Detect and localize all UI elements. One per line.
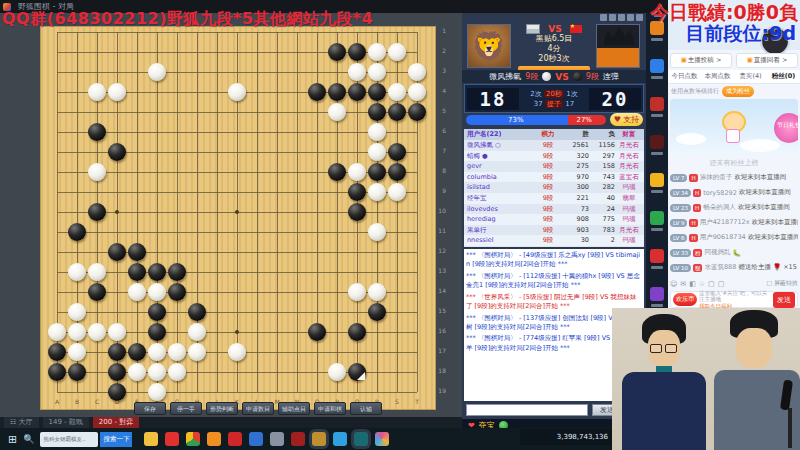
cloud-shape xyxy=(740,139,780,152)
grid-line xyxy=(277,32,278,392)
cell-棋力: 9段 xyxy=(533,172,563,183)
player-avatar-black[interactable] xyxy=(596,24,640,68)
blue-round-icon[interactable] xyxy=(650,59,664,73)
cell-用户名(22): 经年宝 xyxy=(464,193,533,204)
spectator-table-header: 用户名(22) 棋力 胜 负 财富 xyxy=(464,129,644,140)
cell-负: 775 xyxy=(589,214,615,225)
black-stone[interactable] xyxy=(348,183,366,201)
cell-负: 1156 xyxy=(589,140,615,151)
yellow-grid-icon[interactable] xyxy=(650,173,664,187)
medal-badge: H xyxy=(693,189,701,197)
game-button-停一手[interactable]: 停一手 xyxy=(170,402,202,415)
black-stone[interactable] xyxy=(148,303,166,321)
cell-用户名(22): nnessiel xyxy=(464,235,533,246)
board-row-label: 13 xyxy=(434,267,446,274)
white-player-rank: 9段 xyxy=(525,71,538,82)
red-app-icon[interactable] xyxy=(650,97,664,111)
black-player-rank: 9段 xyxy=(586,71,599,82)
coin-balance: 3,398,743,136 xyxy=(520,429,612,445)
fans-hint: 使用点数等级排行 xyxy=(671,87,719,96)
chat-username[interactable]: 同视捣乱 xyxy=(704,248,730,257)
table-row[interactable]: 蜡梅 ●9段320297月光石 xyxy=(464,151,644,162)
black-stone[interactable] xyxy=(68,363,86,381)
white-stone[interactable] xyxy=(88,323,106,341)
points-nav: 今日点数 本周点数 贵宾(4) 粉丝(0) xyxy=(668,70,800,84)
dark-red-app-icon[interactable] xyxy=(291,432,305,446)
black-stone[interactable] xyxy=(108,383,126,401)
player-avatar-white[interactable]: 🦁 xyxy=(467,24,511,68)
black-clock-seconds: 20 xyxy=(589,88,641,110)
chat-message[interactable]: LV 7H涂抹的蛋子欢迎来到本直播间 xyxy=(670,170,798,185)
stream-chat-input-row: 欢乐币 这里输入'#关注'吧，可以关注主播哦领取今日福利 发送 xyxy=(670,291,798,308)
chat-username[interactable]: tory58292 xyxy=(703,189,737,197)
game-button-认输[interactable]: 认输 xyxy=(350,402,382,415)
cell-财富: 玛瑙 xyxy=(615,235,643,246)
mascot-body xyxy=(726,129,740,143)
white-stone[interactable] xyxy=(388,183,406,201)
block-effects-checkbox[interactable]: □ 屏蔽特效 xyxy=(766,279,798,288)
cell-财富: 月光石 xyxy=(615,151,643,162)
black-stone[interactable] xyxy=(368,83,386,101)
white-stone[interactable] xyxy=(408,83,426,101)
panel-icon[interactable]: ▢ xyxy=(718,280,725,288)
gold-app-icon[interactable] xyxy=(312,432,326,446)
medal-badge: H xyxy=(693,204,701,212)
cell-财富: 月光石 xyxy=(615,225,643,236)
board-row-label: 12 xyxy=(434,247,446,254)
white-stone[interactable] xyxy=(128,283,146,301)
cell-负: 40 xyxy=(589,193,615,204)
taskbar-search-icon[interactable]: 🔍 xyxy=(23,434,34,444)
white-stone[interactable] xyxy=(88,163,106,181)
star-point xyxy=(235,210,239,214)
vs-label: VS xyxy=(548,24,561,34)
table-row[interactable]: herediag9段908775玛瑙 xyxy=(464,214,644,225)
white-stone[interactable] xyxy=(148,63,166,81)
white-stone[interactable] xyxy=(168,343,186,361)
cell-用户名(22): isilstad xyxy=(464,182,533,193)
game-button-保存[interactable]: 保存 xyxy=(134,402,166,415)
cell-负: 783 xyxy=(589,225,615,236)
cell-棋力: 9段 xyxy=(533,204,563,215)
cell-负: 743 xyxy=(589,172,615,183)
white-stone[interactable] xyxy=(368,283,386,301)
nav-week-points[interactable]: 本周点数 xyxy=(701,70,734,83)
panel-icon[interactable]: ▢ xyxy=(708,280,715,288)
game-action-buttons: 保存停一手形势判断申请数目辅助点目申请和棋认输 xyxy=(134,402,382,415)
chat-text: 赠送给主播 🌹 ×15 xyxy=(738,263,796,272)
white-stone[interactable] xyxy=(168,363,186,381)
black-stone[interactable] xyxy=(348,203,366,221)
white-stone[interactable] xyxy=(108,323,126,341)
chat-text: 🐛 xyxy=(732,249,740,257)
white-stone[interactable] xyxy=(148,283,166,301)
send-button[interactable]: 发送 xyxy=(773,292,795,308)
cell-负: 2 xyxy=(589,235,615,246)
black-stone[interactable] xyxy=(148,263,166,281)
table-row[interactable]: 果单行9段903783月光石 xyxy=(464,225,644,236)
black-stone[interactable] xyxy=(68,223,86,241)
board-col-label: A xyxy=(51,398,63,405)
mail-icon[interactable]: ✉ xyxy=(680,280,686,288)
board-row-label: 17 xyxy=(434,347,446,354)
black-stone[interactable] xyxy=(328,83,346,101)
teal-app-icon[interactable] xyxy=(354,432,368,446)
medal-badge: H xyxy=(689,219,697,227)
white-stone[interactable] xyxy=(388,83,406,101)
avatar-hair xyxy=(603,27,635,45)
cell-棋力: 9段 xyxy=(533,235,563,246)
pin-icon[interactable] xyxy=(600,14,607,21)
green-x-icon[interactable] xyxy=(650,211,664,225)
cell-财富: 玛瑙 xyxy=(615,204,643,215)
horn-icon[interactable]: ◧ xyxy=(689,280,696,288)
table-row[interactable]: nnessiel9段302玛瑙 xyxy=(464,235,644,246)
board-col-label: C xyxy=(91,398,103,405)
cell-胜: 221 xyxy=(563,193,589,204)
chat-message[interactable]: LV 9H用户42187712x欢迎来到本直播间 xyxy=(670,215,798,230)
icon-label xyxy=(651,228,663,231)
black-player-name: 连弹 xyxy=(603,71,619,82)
cell-胜: 903 xyxy=(563,225,589,236)
chat-text: 欢迎来到本直播间 xyxy=(739,188,791,197)
white-stone[interactable] xyxy=(388,43,406,61)
cell-胜: 275 xyxy=(563,161,589,172)
white-stone[interactable] xyxy=(48,323,66,341)
no-fans-text: 还未有粉丝上榜 xyxy=(668,158,800,168)
white-stone[interactable] xyxy=(328,363,346,381)
nav-fans[interactable]: 粉丝(0) xyxy=(767,70,800,83)
black-stone[interactable] xyxy=(348,83,366,101)
white-stone[interactable] xyxy=(128,363,146,381)
start-button-icon[interactable]: ⊞ xyxy=(8,433,17,446)
black-player-flag-icon xyxy=(570,25,582,33)
black-stone[interactable] xyxy=(108,343,126,361)
table-row[interactable]: 微风拂氣 ○9段25611156月光石 xyxy=(464,140,644,151)
fox-tab[interactable]: ☷ 大厅 xyxy=(4,417,39,428)
black-stone[interactable] xyxy=(128,263,146,281)
black-stone[interactable] xyxy=(308,83,326,101)
white-stone[interactable] xyxy=(348,63,366,81)
dark-red-icon[interactable] xyxy=(650,135,664,149)
cell-财富: 玛瑙 xyxy=(615,214,643,225)
icon-label xyxy=(651,114,663,117)
game-button-辅助点目[interactable]: 辅助点目 xyxy=(278,402,310,415)
white-clock-seconds: 18 xyxy=(467,88,519,110)
chat-text: 欢迎来到本直播间 xyxy=(738,203,790,212)
cell-棋力: 9段 xyxy=(533,161,563,172)
white-stone[interactable] xyxy=(368,143,386,161)
icon-label xyxy=(651,76,663,79)
board-col-label: S xyxy=(391,398,403,405)
table-row[interactable]: gevr9段275158月光石 xyxy=(464,161,644,172)
game-button-申请数目[interactable]: 申请数目 xyxy=(242,402,274,415)
cell-胜: 300 xyxy=(563,182,589,193)
board-row-label: 14 xyxy=(434,287,446,294)
black-stone[interactable] xyxy=(388,163,406,181)
sidebar-tab-buttons: 主播投稿 > 直播回看 > xyxy=(670,53,798,68)
clock-detail: 2次 20秒 1次 37 提子 17 xyxy=(521,89,587,109)
orange-game-icon[interactable] xyxy=(207,432,221,446)
black-stone[interactable] xyxy=(348,363,366,381)
white-stone[interactable] xyxy=(368,183,386,201)
mascot-banner: 节日礼包 xyxy=(670,99,798,155)
level-badge: LV 9 xyxy=(670,219,687,227)
level-badge: LV 10 xyxy=(670,264,691,272)
white-stone[interactable] xyxy=(408,63,426,81)
close-icon[interactable] xyxy=(636,14,643,21)
cell-用户名(22): 微风拂氣 ○ xyxy=(464,140,533,151)
nav-today-points[interactable]: 今日点数 xyxy=(668,70,701,83)
black-stone[interactable] xyxy=(48,363,66,381)
match-info: VS 黑贴6.5目 4分 20秒3次 xyxy=(514,24,594,74)
chat-username[interactable]: 畅朵的凋人 xyxy=(703,203,736,212)
spectator-table[interactable]: 用户名(22) 棋力 胜 负 财富 微风拂氣 ○9段25611156月光石蜡梅 … xyxy=(464,129,644,247)
black-stone[interactable] xyxy=(108,143,126,161)
level-badge: LV 34 xyxy=(670,189,691,197)
support-button[interactable]: ♥ 支持 xyxy=(610,113,643,126)
grid-line xyxy=(57,312,417,313)
white-stone[interactable] xyxy=(368,223,386,241)
white-stone[interactable] xyxy=(188,323,206,341)
level-badge: LV 7 xyxy=(670,174,687,182)
replay-tab[interactable]: 直播回看 > xyxy=(736,53,798,68)
grid-line xyxy=(297,32,298,392)
grey-app-icon[interactable] xyxy=(270,432,284,446)
cell-胜: 320 xyxy=(563,151,589,162)
cell-胜: 908 xyxy=(563,214,589,225)
chat-message[interactable]: LV 34Htory58292欢迎来到本直播间 xyxy=(670,185,798,200)
star-point xyxy=(115,210,119,214)
cell-胜: 2561 xyxy=(563,140,589,151)
star-icon[interactable]: ☆ xyxy=(699,280,705,288)
white-stone[interactable] xyxy=(368,43,386,61)
board-row-label: 6 xyxy=(434,127,446,134)
fox-chat-input[interactable] xyxy=(466,404,588,416)
red-app-icon[interactable] xyxy=(228,432,242,446)
black-stone[interactable] xyxy=(128,343,146,361)
medal-badge: H xyxy=(689,234,697,242)
blue-doc-icon[interactable] xyxy=(249,432,263,446)
cell-财富: 月光石 xyxy=(615,161,643,172)
board-row-label: 16 xyxy=(434,327,446,334)
board-row-label: 2 xyxy=(434,47,446,54)
board-row-label: 15 xyxy=(434,307,446,314)
help-icon[interactable] xyxy=(627,14,634,21)
red-shield-icon[interactable] xyxy=(650,249,664,263)
black-stone[interactable] xyxy=(88,123,106,141)
byoyomi-label: 20秒3次 xyxy=(514,54,594,64)
cell-用户名(22): gevr xyxy=(464,161,533,172)
black-stone[interactable] xyxy=(308,323,326,341)
black-stone[interactable] xyxy=(108,243,126,261)
cell-用户名(22): herediag xyxy=(464,214,533,225)
chrome-icon[interactable] xyxy=(186,432,200,446)
current-rank-overlay-text: 目前段位:9d xyxy=(686,21,796,47)
fox-window-tabs: ☷ 大厅149 - 觀戰200 - 對弈 xyxy=(0,417,462,428)
board-row-label: 1 xyxy=(434,27,446,34)
star-point xyxy=(235,330,239,334)
chat-message[interactable]: LV 6H用户90618734欢迎来到本直播间 xyxy=(670,230,798,245)
go-board[interactable]: ABCDEFGHJKLMNOPQRST xyxy=(40,26,436,410)
icon-label xyxy=(651,152,663,155)
gift-badge[interactable]: 节日礼包 xyxy=(774,113,798,143)
support-left-pct: 73% xyxy=(508,115,524,125)
cell-用户名(22): 果单行 xyxy=(464,225,533,236)
chat-message[interactable]: LV 10舰水蓝筑888赠送给主播 🌹 ×15 xyxy=(670,260,798,275)
white-player-flag-icon xyxy=(526,24,540,34)
table-row[interactable]: 经年宝9段22140翡翠 xyxy=(464,193,644,204)
sphere-app-icon[interactable] xyxy=(375,432,389,446)
board-row-label: 8 xyxy=(434,167,446,174)
game-button-申请和棋[interactable]: 申请和棋 xyxy=(314,402,346,415)
white-stone[interactable] xyxy=(368,123,386,141)
stream-chat-input[interactable]: 这里输入'#关注'吧，可以关注主播哦领取今日福利 xyxy=(699,290,771,310)
webcam-overlay xyxy=(612,308,800,450)
cloud-shape xyxy=(676,133,706,145)
emoji-icon[interactable]: ☺ xyxy=(670,280,677,288)
coin-button[interactable]: 欢乐币 xyxy=(673,293,697,306)
mic-stand xyxy=(788,408,792,448)
chat-username[interactable]: 用户42187712x xyxy=(700,218,750,227)
cell-用户名(22): ilovevdes xyxy=(464,204,533,215)
level-badge: LV 6 xyxy=(670,234,687,242)
white-stone[interactable] xyxy=(148,363,166,381)
support-ratio-bar: 73% 27% xyxy=(466,115,606,125)
black-stone[interactable] xyxy=(388,103,406,121)
cell-用户名(22): columbia xyxy=(464,172,533,183)
screen: 野狐围棋 - 对局 ABCDEFGHJKLMNOPQRST 保存停一手形势判断申… xyxy=(0,0,800,450)
nav-vip[interactable]: 贵宾(4) xyxy=(734,70,767,83)
folder-icon[interactable] xyxy=(144,432,158,446)
black-stone[interactable] xyxy=(368,103,386,121)
white-stone[interactable] xyxy=(368,63,386,81)
taskbar-search-button[interactable]: 搜索一下 xyxy=(100,432,132,447)
minimize-icon[interactable] xyxy=(609,14,616,21)
black-stone[interactable] xyxy=(88,203,106,221)
game-button-形势判断[interactable]: 形势判断 xyxy=(206,402,238,415)
vs-label-small: VS xyxy=(555,72,568,82)
white-stone[interactable] xyxy=(68,343,86,361)
chat-text: 欢迎来到本直播间 xyxy=(734,173,786,182)
taskbar-search-box[interactable]: 熊科女锦霸棋友.. xyxy=(40,432,98,447)
black-stone[interactable] xyxy=(128,243,146,261)
black-stone[interactable] xyxy=(148,323,166,341)
table-row[interactable]: isilstad9段300282玛瑙 xyxy=(464,182,644,193)
black-stone[interactable] xyxy=(168,283,186,301)
settings-icon[interactable] xyxy=(618,14,625,21)
board-row-label: 4 xyxy=(434,87,446,94)
taskbar-app-icons xyxy=(144,432,389,446)
table-row[interactable]: columbia9段970743蓝宝石 xyxy=(464,172,644,183)
grid-line xyxy=(57,272,417,273)
game-clock: 18 2次 20秒 1次 37 提子 17 20 xyxy=(464,84,644,113)
cell-棋力: 9段 xyxy=(533,225,563,236)
cell-负: 24 xyxy=(589,204,615,215)
white-stone[interactable] xyxy=(328,103,346,121)
black-stone[interactable] xyxy=(88,283,106,301)
white-stone[interactable] xyxy=(88,83,106,101)
komi-label: 黑贴6.5目 xyxy=(514,34,594,44)
purple-app-icon[interactable] xyxy=(650,287,664,301)
panel-window-controls[interactable] xyxy=(600,14,643,22)
cell-财富: 翡翠 xyxy=(615,193,643,204)
black-stone[interactable] xyxy=(108,363,126,381)
chat-username[interactable]: 水蓝筑888 xyxy=(704,263,736,272)
board-row-label: 9 xyxy=(434,187,446,194)
white-stone[interactable] xyxy=(228,343,246,361)
black-stone[interactable] xyxy=(408,103,426,121)
chat-username[interactable]: 涂抹的蛋子 xyxy=(700,173,733,182)
white-stone[interactable] xyxy=(108,83,126,101)
medal-badge: 舰 xyxy=(693,264,703,272)
medal-badge: H xyxy=(689,174,697,182)
white-stone[interactable] xyxy=(188,343,206,361)
cell-棋力: 9段 xyxy=(533,182,563,193)
last-move-marker xyxy=(357,372,365,380)
cell-财富: 蓝宝石 xyxy=(615,172,643,183)
level-badge: LV 33 xyxy=(670,249,691,257)
black-stone[interactable] xyxy=(368,303,386,321)
white-stone[interactable] xyxy=(68,303,86,321)
board-row-label: 7 xyxy=(434,147,446,154)
chat-message[interactable]: LV 33粉同视捣乱🐛 xyxy=(670,245,798,260)
white-stone[interactable] xyxy=(88,263,106,281)
white-stone[interactable] xyxy=(228,83,246,101)
qq-group-overlay-text: QQ群(648302212)野狐九段*5其他網站九段*4 xyxy=(2,9,373,30)
black-stone[interactable] xyxy=(328,43,346,61)
cell-财富: 月光石 xyxy=(615,140,643,151)
cell-负: 282 xyxy=(589,182,615,193)
chat-username[interactable]: 用户90618734 xyxy=(700,233,746,242)
black-stone[interactable] xyxy=(48,343,66,361)
board-col-label: B xyxy=(71,398,83,405)
black-stone[interactable] xyxy=(348,323,366,341)
uploads-tab[interactable]: 主播投稿 > xyxy=(670,53,732,68)
black-stone[interactable] xyxy=(188,303,206,321)
black-stone[interactable] xyxy=(388,143,406,161)
white-stone[interactable] xyxy=(148,343,166,361)
black-stone[interactable] xyxy=(328,163,346,181)
board-row-label: 5 xyxy=(434,107,446,114)
white-stone[interactable] xyxy=(348,283,366,301)
white-stone[interactable] xyxy=(148,383,166,401)
cell-胜: 30 xyxy=(563,235,589,246)
chat-message[interactable]: LV 23H畅朵的凋人欢迎来到本直播间 xyxy=(670,200,798,215)
white-stone[interactable] xyxy=(68,263,86,281)
table-row[interactable]: ilovevdes9段7324玛瑙 xyxy=(464,204,644,215)
black-stone[interactable] xyxy=(368,163,386,181)
white-stone[interactable] xyxy=(348,163,366,181)
white-player-name: 微风拂氣 xyxy=(489,71,521,82)
chat-text: 欢迎来到本直播间 xyxy=(752,218,798,227)
white-stone[interactable] xyxy=(68,323,86,341)
black-stone[interactable] xyxy=(168,263,186,281)
blue-cloud-icon[interactable] xyxy=(333,432,347,446)
become-fan-button[interactable]: 成为粉丝 xyxy=(722,86,754,97)
board-row-label: 11 xyxy=(434,227,446,234)
fox-tab[interactable]: 200 - 對弈 xyxy=(93,417,139,428)
chat-toolbar: ☺ ✉ ◧ ☆ ▢ ▢ □ 屏蔽特效 xyxy=(670,278,798,289)
grid-line xyxy=(57,232,417,233)
cell-棋力: 9段 xyxy=(533,151,563,162)
music-app-icon[interactable] xyxy=(165,432,179,446)
stream-chat-messages[interactable]: LV 7H涂抹的蛋子欢迎来到本直播间LV 34Htory58292欢迎来到本直播… xyxy=(670,170,798,275)
broadcast-line: *** 〈围棋对局〉 - [49级应援] 乐之禹xy [9段] VS tibim… xyxy=(466,251,642,270)
fox-tab[interactable]: 149 - 觀戰 xyxy=(43,417,89,428)
black-stone[interactable] xyxy=(348,43,366,61)
support-right-pct: 27% xyxy=(576,115,592,125)
